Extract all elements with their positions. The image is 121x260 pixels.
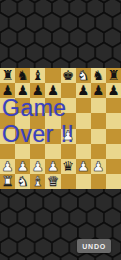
- piece-black-pawn[interactable]: ♟: [92, 83, 104, 97]
- square-f5[interactable]: [76, 113, 91, 128]
- game-over-line1: Game: [2, 95, 67, 121]
- piece-black-rook[interactable]: ♜: [2, 68, 14, 82]
- square-e2[interactable]: ♛: [61, 159, 76, 174]
- piece-white-queen[interactable]: ♛: [47, 174, 59, 188]
- square-f2[interactable]: ♟: [76, 159, 91, 174]
- piece-white-bishop[interactable]: ♝: [32, 174, 44, 188]
- piece-white-pawn[interactable]: ♟: [32, 159, 44, 173]
- square-d1[interactable]: ♛: [45, 174, 60, 189]
- piece-black-queen[interactable]: ♛: [62, 159, 74, 173]
- piece-white-pawn[interactable]: ♟: [77, 159, 89, 173]
- square-f6[interactable]: [76, 98, 91, 113]
- game-over-text: GameOver !!: [2, 95, 75, 147]
- piece-black-pawn[interactable]: ♟: [77, 83, 89, 97]
- piece-white-rook[interactable]: ♜: [2, 174, 14, 188]
- square-f4[interactable]: [76, 129, 91, 144]
- square-g4[interactable]: [91, 129, 106, 144]
- piece-white-knight[interactable]: ♞: [77, 68, 89, 82]
- square-e8[interactable]: ♚: [61, 68, 76, 83]
- square-e1[interactable]: [61, 174, 76, 189]
- piece-black-knight[interactable]: ♞: [17, 68, 29, 82]
- square-f7[interactable]: ♟: [76, 83, 91, 98]
- piece-black-pawn[interactable]: ♟: [107, 83, 119, 97]
- square-h2[interactable]: [106, 159, 121, 174]
- piece-black-knight[interactable]: ♞: [92, 68, 104, 82]
- piece-white-pawn[interactable]: ♟: [2, 159, 14, 173]
- square-g1[interactable]: [91, 174, 106, 189]
- square-c1[interactable]: ♝: [30, 174, 45, 189]
- square-g5[interactable]: [91, 113, 106, 128]
- square-g2[interactable]: ♟: [91, 159, 106, 174]
- piece-black-bishop[interactable]: ♝: [32, 68, 44, 82]
- piece-black-king[interactable]: ♚: [62, 68, 74, 82]
- square-h4[interactable]: [106, 129, 121, 144]
- square-h3[interactable]: [106, 144, 121, 159]
- piece-black-rook[interactable]: ♜: [107, 68, 119, 82]
- square-h5[interactable]: [106, 113, 121, 128]
- square-h1[interactable]: [106, 174, 121, 189]
- square-h7[interactable]: ♟: [106, 83, 121, 98]
- square-h6[interactable]: [106, 98, 121, 113]
- piece-white-pawn[interactable]: ♟: [92, 159, 104, 173]
- chess-app-screen: ♜♞♝♚♞♞♜♟♟♟♟♟♟♟♟♟♟♟♟♛♟♟♜♞♝♛ GameOver !! U…: [0, 0, 121, 260]
- square-b1[interactable]: ♞: [15, 174, 30, 189]
- square-g6[interactable]: [91, 98, 106, 113]
- piece-white-pawn[interactable]: ♟: [17, 159, 29, 173]
- piece-white-knight[interactable]: ♞: [17, 174, 29, 188]
- square-a1[interactable]: ♜: [0, 174, 15, 189]
- game-over-line2: Over !!: [2, 121, 75, 147]
- undo-button[interactable]: UNDO: [77, 239, 111, 253]
- square-f1[interactable]: [76, 174, 91, 189]
- square-g7[interactable]: ♟: [91, 83, 106, 98]
- piece-white-pawn[interactable]: ♟: [47, 159, 59, 173]
